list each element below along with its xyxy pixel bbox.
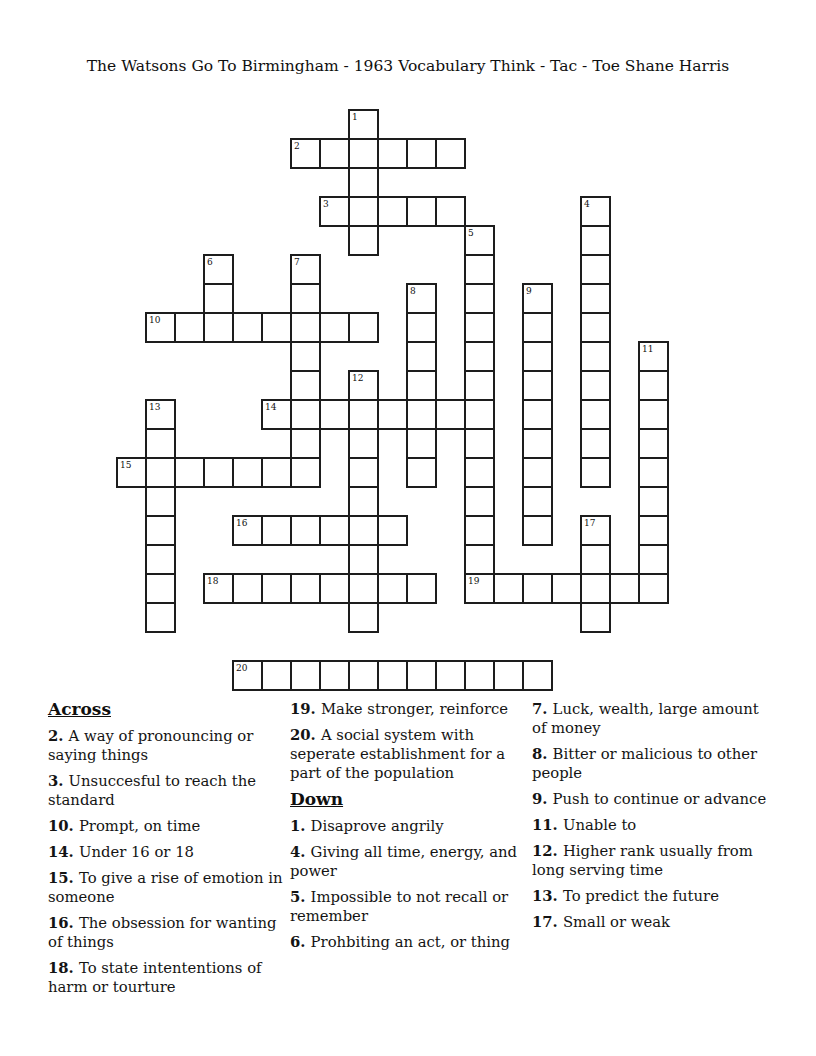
grid-clue-number-13: 13 xyxy=(149,403,160,412)
grid-cell-r16c6[interactable] xyxy=(290,573,321,604)
grid-clue-number-6: 6 xyxy=(207,258,213,267)
grid-cell-r19c10[interactable] xyxy=(406,660,437,691)
grid-cell-r1c8[interactable] xyxy=(348,138,379,169)
grid-cell-r16c17[interactable] xyxy=(609,573,640,604)
page-title: The Watsons Go To Birmingham - 1963 Voca… xyxy=(0,57,816,75)
grid-cell-r7c6[interactable] xyxy=(290,312,321,343)
grid-cell-r16c1[interactable] xyxy=(145,573,176,604)
grid-cell-r10c12[interactable] xyxy=(464,399,495,430)
grid-clue-number-14: 14 xyxy=(265,403,276,412)
grid-clue-number-17: 17 xyxy=(584,519,595,528)
clue-number-label: 8. xyxy=(532,745,553,762)
grid-cell-r10c10[interactable] xyxy=(406,399,437,430)
grid-cell-r16c7[interactable] xyxy=(319,573,350,604)
grid-cell-r16c4[interactable] xyxy=(232,573,263,604)
clue-18: 18. To state intententions of harm or to… xyxy=(48,958,284,996)
grid-cell-r10c16[interactable] xyxy=(580,399,611,430)
clue-number-label: 3. xyxy=(48,772,69,789)
grid-cell-r10c6[interactable] xyxy=(290,399,321,430)
grid-cell-r13c12[interactable] xyxy=(464,486,495,517)
grid-cell-r16c10[interactable] xyxy=(406,573,437,604)
grid-cell-r16c15[interactable] xyxy=(551,573,582,604)
clues-section: Across2. A way of pronouncing or saying … xyxy=(48,699,770,1003)
clue-number-label: 5. xyxy=(290,888,311,905)
clue-10: 10. Prompt, on time xyxy=(48,816,284,835)
grid-cell-r12c12[interactable] xyxy=(464,457,495,488)
grid-cell-r8c16[interactable] xyxy=(580,341,611,372)
grid-cell-r17c1[interactable] xyxy=(145,602,176,633)
clues-column-1: Across2. A way of pronouncing or saying … xyxy=(48,699,284,1003)
grid-cell-r17c16[interactable] xyxy=(580,602,611,633)
clue-number-label: 20. xyxy=(290,726,321,743)
grid-cell-r14c9[interactable] xyxy=(377,515,408,546)
grid-cell-r19c7[interactable] xyxy=(319,660,350,691)
clue-number-label: 1. xyxy=(290,817,311,834)
grid-cell-r10c9[interactable] xyxy=(377,399,408,430)
grid-cell-r11c18[interactable] xyxy=(638,428,669,459)
grid-cell-r9c6[interactable] xyxy=(290,370,321,401)
clue-number-label: 14. xyxy=(48,843,79,860)
clue-19: 19. Make stronger, reinforce xyxy=(290,699,526,718)
grid-cell-r19c9[interactable] xyxy=(377,660,408,691)
grid-cell-r2c8[interactable] xyxy=(348,167,379,198)
grid-cell-r12c18[interactable] xyxy=(638,457,669,488)
grid-cell-r15c12[interactable] xyxy=(464,544,495,575)
grid-cell-r14c18[interactable] xyxy=(638,515,669,546)
grid-cell-r3c9[interactable] xyxy=(377,196,408,227)
clue-number-label: 18. xyxy=(48,959,79,976)
grid-cell-r8c12[interactable] xyxy=(464,341,495,372)
grid-cell-r10c18[interactable] xyxy=(638,399,669,430)
grid-cell-r8c6[interactable] xyxy=(290,341,321,372)
clues-header-down: Down xyxy=(290,789,526,809)
grid-cell-r12c1[interactable] xyxy=(145,457,176,488)
clue-number-label: 10. xyxy=(48,817,79,834)
grid-clue-number-16: 16 xyxy=(236,519,247,528)
clue-number-label: 19. xyxy=(290,700,321,717)
grid-cell-r5c16[interactable] xyxy=(580,254,611,285)
grid-cell-r13c14[interactable] xyxy=(522,486,553,517)
grid-cell-r15c8[interactable] xyxy=(348,544,379,575)
grid-cell-r11c16[interactable] xyxy=(580,428,611,459)
clue-16: 16. The obsession for wanting of things xyxy=(48,913,284,951)
grid-cell-r1c9[interactable] xyxy=(377,138,408,169)
grid-cell-r7c7[interactable] xyxy=(319,312,350,343)
clue-number-label: 11. xyxy=(532,816,563,833)
grid-clue-number-2: 2 xyxy=(294,142,300,151)
grid-cell-r12c5[interactable] xyxy=(261,457,292,488)
clue-number-label: 2. xyxy=(48,727,69,744)
grid-cell-r10c14[interactable] xyxy=(522,399,553,430)
grid-cell-r12c16[interactable] xyxy=(580,457,611,488)
grid-cell-r9c14[interactable] xyxy=(522,370,553,401)
grid-cell-r12c2[interactable] xyxy=(174,457,205,488)
grid-cell-r14c14[interactable] xyxy=(522,515,553,546)
grid-clue-number-9: 9 xyxy=(526,287,532,296)
grid-cell-r19c11[interactable] xyxy=(435,660,466,691)
clue-20: 20. A social system with seperate establ… xyxy=(290,725,526,782)
grid-cell-r14c5[interactable] xyxy=(261,515,292,546)
grid-cell-r7c4[interactable] xyxy=(232,312,263,343)
grid-cell-r7c14[interactable] xyxy=(522,312,553,343)
grid-cell-r16c9[interactable] xyxy=(377,573,408,604)
grid-cell-r3c10[interactable] xyxy=(406,196,437,227)
clue-2: 2. A way of pronouncing or saying things xyxy=(48,726,284,764)
grid-cell-r11c8[interactable] xyxy=(348,428,379,459)
grid-cell-r19c13[interactable] xyxy=(493,660,524,691)
grid-cell-r19c8[interactable] xyxy=(348,660,379,691)
clue-number-label: 9. xyxy=(532,790,553,807)
grid-cell-r10c8[interactable] xyxy=(348,399,379,430)
grid-cell-r7c12[interactable] xyxy=(464,312,495,343)
grid-cell-r5c12[interactable] xyxy=(464,254,495,285)
grid-cell-r14c1[interactable] xyxy=(145,515,176,546)
grid-cell-r12c3[interactable] xyxy=(203,457,234,488)
grid-cell-r1c11[interactable] xyxy=(435,138,466,169)
clue-8: 8. Bitter or malicious to other people xyxy=(532,744,768,782)
clue-7: 7. Luck, wealth, large amount of money xyxy=(532,699,768,737)
grid-cell-r11c14[interactable] xyxy=(522,428,553,459)
grid-cell-r12c6[interactable] xyxy=(290,457,321,488)
grid-cell-r6c12[interactable] xyxy=(464,283,495,314)
grid-cell-r1c7[interactable] xyxy=(319,138,350,169)
grid-cell-r10c11[interactable] xyxy=(435,399,466,430)
grid-cell-r12c14[interactable] xyxy=(522,457,553,488)
clue-number-label: 12. xyxy=(532,842,563,859)
clue-9: 9. Push to continue or advance xyxy=(532,789,768,808)
grid-cell-r17c8[interactable] xyxy=(348,602,379,633)
grid-cell-r12c10[interactable] xyxy=(406,457,437,488)
clue-1: 1. Disaprove angrily xyxy=(290,816,526,835)
grid-clue-number-12: 12 xyxy=(352,374,363,383)
clue-14: 14. Under 16 or 18 xyxy=(48,842,284,861)
grid-clue-number-20: 20 xyxy=(236,664,247,673)
grid-cell-r7c8[interactable] xyxy=(348,312,379,343)
grid-clue-number-3: 3 xyxy=(323,200,329,209)
clues-column-2: 19. Make stronger, reinforce20. A social… xyxy=(290,699,526,1003)
grid-clue-number-18: 18 xyxy=(207,577,218,586)
grid-cell-r14c8[interactable] xyxy=(348,515,379,546)
grid-cell-r13c8[interactable] xyxy=(348,486,379,517)
grid-clue-number-1: 1 xyxy=(352,113,358,122)
grid-cell-r14c12[interactable] xyxy=(464,515,495,546)
grid-cell-r14c7[interactable] xyxy=(319,515,350,546)
grid-cell-r12c8[interactable] xyxy=(348,457,379,488)
clue-number-label: 16. xyxy=(48,914,79,931)
grid-cell-r9c12[interactable] xyxy=(464,370,495,401)
clue-3: 3. Unsuccesful to reach the standard xyxy=(48,771,284,809)
grid-cell-r11c1[interactable] xyxy=(145,428,176,459)
clues-header-across: Across xyxy=(48,699,284,719)
grid-cell-r16c5[interactable] xyxy=(261,573,292,604)
grid-cell-r19c14[interactable] xyxy=(522,660,553,691)
grid-cell-r8c14[interactable] xyxy=(522,341,553,372)
clue-12: 12. Higher rank usually from long servin… xyxy=(532,841,768,879)
clue-11: 11. Unable to xyxy=(532,815,768,834)
grid-cell-r8c10[interactable] xyxy=(406,341,437,372)
clue-number-label: 7. xyxy=(532,700,553,717)
clues-column-3: 7. Luck, wealth, large amount of money8.… xyxy=(532,699,768,1003)
grid-cell-r11c6[interactable] xyxy=(290,428,321,459)
grid-cell-r12c4[interactable] xyxy=(232,457,263,488)
grid-cell-r4c8[interactable] xyxy=(348,225,379,256)
grid-clue-number-10: 10 xyxy=(149,316,160,325)
clue-13: 13. To predict the future xyxy=(532,886,768,905)
grid-cell-r15c18[interactable] xyxy=(638,544,669,575)
grid-clue-number-7: 7 xyxy=(294,258,300,267)
grid-cell-r11c12[interactable] xyxy=(464,428,495,459)
grid-clue-number-19: 19 xyxy=(468,577,479,586)
grid-cell-r1c10[interactable] xyxy=(406,138,437,169)
clue-number-label: 15. xyxy=(48,869,79,886)
grid-cell-r10c7[interactable] xyxy=(319,399,350,430)
grid-cell-r6c16[interactable] xyxy=(580,283,611,314)
grid-cell-r16c8[interactable] xyxy=(348,573,379,604)
crossword-worksheet-page: The Watsons Go To Birmingham - 1963 Voca… xyxy=(0,0,816,1056)
clue-17: 17. Small or weak xyxy=(532,912,768,931)
grid-cell-r16c14[interactable] xyxy=(522,573,553,604)
grid-cell-r19c5[interactable] xyxy=(261,660,292,691)
grid-cell-r6c6[interactable] xyxy=(290,283,321,314)
grid-cell-r9c10[interactable] xyxy=(406,370,437,401)
grid-cell-r3c8[interactable] xyxy=(348,196,379,227)
crossword-grid: 1234567891011121314151617181920 xyxy=(116,109,669,691)
grid-cell-r15c16[interactable] xyxy=(580,544,611,575)
grid-cell-r7c16[interactable] xyxy=(580,312,611,343)
grid-clue-number-11: 11 xyxy=(642,345,653,354)
grid-cell-r11c10[interactable] xyxy=(406,428,437,459)
clue-number-label: 6. xyxy=(290,933,311,950)
grid-cell-r13c1[interactable] xyxy=(145,486,176,517)
grid-cell-r9c16[interactable] xyxy=(580,370,611,401)
grid-cell-r16c13[interactable] xyxy=(493,573,524,604)
grid-cell-r16c16[interactable] xyxy=(580,573,611,604)
clue-4: 4. Giving all time, energy, and power xyxy=(290,842,526,880)
grid-cell-r13c18[interactable] xyxy=(638,486,669,517)
grid-cell-r15c1[interactable] xyxy=(145,544,176,575)
grid-cell-r7c2[interactable] xyxy=(174,312,205,343)
clue-15: 15. To give a rise of emotion in someone xyxy=(48,868,284,906)
grid-cell-r4c16[interactable] xyxy=(580,225,611,256)
grid-cell-r3c11[interactable] xyxy=(435,196,466,227)
grid-cell-r14c6[interactable] xyxy=(290,515,321,546)
clue-6: 6. Prohbiting an act, or thing xyxy=(290,932,526,951)
grid-clue-number-5: 5 xyxy=(468,229,474,238)
grid-cell-r19c12[interactable] xyxy=(464,660,495,691)
grid-cell-r7c3[interactable] xyxy=(203,312,234,343)
clue-number-label: 13. xyxy=(532,887,563,904)
grid-cell-r9c18[interactable] xyxy=(638,370,669,401)
grid-clue-number-15: 15 xyxy=(120,461,131,470)
grid-cell-r6c3[interactable] xyxy=(203,283,234,314)
grid-clue-number-8: 8 xyxy=(410,287,416,296)
clue-5: 5. Impossible to not recall or remember xyxy=(290,887,526,925)
grid-cell-r7c10[interactable] xyxy=(406,312,437,343)
grid-cell-r19c6[interactable] xyxy=(290,660,321,691)
grid-clue-number-4: 4 xyxy=(584,200,590,209)
grid-cell-r7c5[interactable] xyxy=(261,312,292,343)
clue-number-label: 17. xyxy=(532,913,563,930)
clue-number-label: 4. xyxy=(290,843,311,860)
grid-cell-r16c18[interactable] xyxy=(638,573,669,604)
